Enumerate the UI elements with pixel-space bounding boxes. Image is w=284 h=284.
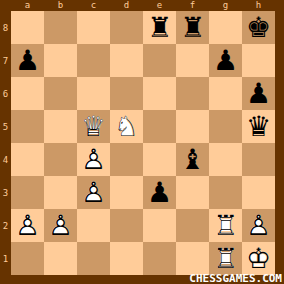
white-pawn: ♟♙ bbox=[77, 143, 110, 176]
file-label-e: e bbox=[143, 0, 176, 11]
square-e3[interactable]: ♟ bbox=[143, 176, 176, 209]
rank-label-2: 2 bbox=[0, 209, 11, 242]
square-a6[interactable] bbox=[11, 77, 44, 110]
square-a7[interactable]: ♟ bbox=[11, 44, 44, 77]
square-e6[interactable] bbox=[143, 77, 176, 110]
black-pawn-icon: ♟ bbox=[143, 176, 176, 209]
square-g8[interactable] bbox=[209, 11, 242, 44]
square-a8[interactable] bbox=[11, 11, 44, 44]
square-a4[interactable] bbox=[11, 143, 44, 176]
square-d3[interactable] bbox=[110, 176, 143, 209]
square-h3[interactable] bbox=[242, 176, 275, 209]
square-c2[interactable] bbox=[77, 209, 110, 242]
square-b8[interactable] bbox=[44, 11, 77, 44]
white-knight: ♞♘ bbox=[110, 110, 143, 143]
square-f2[interactable] bbox=[176, 209, 209, 242]
white-rook: ♜♖ bbox=[209, 209, 242, 242]
watermark: CHESSGAMES.COM bbox=[189, 273, 282, 284]
white-king: ♚♔ bbox=[242, 242, 275, 275]
black-king-icon: ♚ bbox=[242, 11, 275, 44]
white-rook: ♜♖ bbox=[209, 242, 242, 275]
square-d1[interactable] bbox=[110, 242, 143, 275]
file-label-h: h bbox=[242, 0, 275, 11]
black-pawn: ♟ bbox=[209, 44, 242, 77]
file-label-c: c bbox=[77, 0, 110, 11]
square-g3[interactable] bbox=[209, 176, 242, 209]
rank-label-7: 7 bbox=[0, 44, 11, 77]
square-b1[interactable] bbox=[44, 242, 77, 275]
white-knight-outline-icon: ♘ bbox=[110, 110, 143, 143]
square-e7[interactable] bbox=[143, 44, 176, 77]
square-c1[interactable] bbox=[77, 242, 110, 275]
square-h5[interactable]: ♛ bbox=[242, 110, 275, 143]
square-g4[interactable] bbox=[209, 143, 242, 176]
black-pawn: ♟ bbox=[143, 176, 176, 209]
white-pawn-outline-icon: ♙ bbox=[44, 209, 77, 242]
square-c4[interactable]: ♟♙ bbox=[77, 143, 110, 176]
square-h2[interactable]: ♟♙ bbox=[242, 209, 275, 242]
square-f4[interactable]: ♝ bbox=[176, 143, 209, 176]
square-d4[interactable] bbox=[110, 143, 143, 176]
square-e4[interactable] bbox=[143, 143, 176, 176]
file-label-f: f bbox=[176, 0, 209, 11]
black-rook-icon: ♜ bbox=[143, 11, 176, 44]
square-c8[interactable] bbox=[77, 11, 110, 44]
square-e2[interactable] bbox=[143, 209, 176, 242]
rank-label-5: 5 bbox=[0, 110, 11, 143]
square-b6[interactable] bbox=[44, 77, 77, 110]
square-f1[interactable] bbox=[176, 242, 209, 275]
white-pawn-outline-icon: ♙ bbox=[77, 176, 110, 209]
square-f6[interactable] bbox=[176, 77, 209, 110]
black-rook: ♜ bbox=[143, 11, 176, 44]
square-b2[interactable]: ♟♙ bbox=[44, 209, 77, 242]
square-e8[interactable]: ♜ bbox=[143, 11, 176, 44]
white-pawn-outline-icon: ♙ bbox=[77, 143, 110, 176]
white-pawn: ♟♙ bbox=[44, 209, 77, 242]
square-a3[interactable] bbox=[11, 176, 44, 209]
rank-labels: 87654321 bbox=[0, 11, 11, 275]
square-g5[interactable] bbox=[209, 110, 242, 143]
square-e1[interactable] bbox=[143, 242, 176, 275]
black-bishop-icon: ♝ bbox=[176, 143, 209, 176]
black-pawn-icon: ♟ bbox=[209, 44, 242, 77]
rank-label-1: 1 bbox=[0, 242, 11, 275]
black-queen-icon: ♛ bbox=[242, 110, 275, 143]
black-king: ♚ bbox=[242, 11, 275, 44]
black-bishop: ♝ bbox=[176, 143, 209, 176]
white-king-outline-icon: ♔ bbox=[242, 242, 275, 275]
square-h4[interactable] bbox=[242, 143, 275, 176]
square-b7[interactable] bbox=[44, 44, 77, 77]
square-d5[interactable]: ♞♘ bbox=[110, 110, 143, 143]
white-pawn-outline-icon: ♙ bbox=[11, 209, 44, 242]
white-pawn: ♟♙ bbox=[11, 209, 44, 242]
square-f5[interactable] bbox=[176, 110, 209, 143]
black-pawn: ♟ bbox=[242, 77, 275, 110]
white-pawn: ♟♙ bbox=[77, 176, 110, 209]
black-queen: ♛ bbox=[242, 110, 275, 143]
square-h7[interactable] bbox=[242, 44, 275, 77]
square-g7[interactable]: ♟ bbox=[209, 44, 242, 77]
square-c5[interactable]: ♛♕ bbox=[77, 110, 110, 143]
square-c7[interactable] bbox=[77, 44, 110, 77]
file-label-b: b bbox=[44, 0, 77, 11]
square-b4[interactable] bbox=[44, 143, 77, 176]
file-labels: abcdefgh bbox=[11, 0, 275, 11]
white-rook-outline-icon: ♖ bbox=[209, 242, 242, 275]
rank-label-3: 3 bbox=[0, 176, 11, 209]
rank-label-4: 4 bbox=[0, 143, 11, 176]
file-label-g: g bbox=[209, 0, 242, 11]
chess-board: ♜♜♚♟♟♟♛♕♞♘♛♟♙♝♟♙♟♟♙♟♙♜♖♟♙♜♖♚♔ bbox=[11, 11, 275, 275]
white-queen: ♛♕ bbox=[77, 110, 110, 143]
black-pawn-icon: ♟ bbox=[242, 77, 275, 110]
rank-label-6: 6 bbox=[0, 77, 11, 110]
white-rook-outline-icon: ♖ bbox=[209, 209, 242, 242]
white-pawn-outline-icon: ♙ bbox=[242, 209, 275, 242]
square-b3[interactable] bbox=[44, 176, 77, 209]
square-f7[interactable] bbox=[176, 44, 209, 77]
square-d7[interactable] bbox=[110, 44, 143, 77]
white-pawn: ♟♙ bbox=[242, 209, 275, 242]
file-label-d: d bbox=[110, 0, 143, 11]
black-pawn-icon: ♟ bbox=[11, 44, 44, 77]
square-g1[interactable]: ♜♖ bbox=[209, 242, 242, 275]
square-a1[interactable] bbox=[11, 242, 44, 275]
file-label-a: a bbox=[11, 0, 44, 11]
square-a5[interactable] bbox=[11, 110, 44, 143]
square-f3[interactable] bbox=[176, 176, 209, 209]
black-pawn: ♟ bbox=[11, 44, 44, 77]
square-h1[interactable]: ♚♔ bbox=[242, 242, 275, 275]
square-g6[interactable] bbox=[209, 77, 242, 110]
rank-label-8: 8 bbox=[0, 11, 11, 44]
square-f8[interactable]: ♜ bbox=[176, 11, 209, 44]
square-h8[interactable]: ♚ bbox=[242, 11, 275, 44]
square-a2[interactable]: ♟♙ bbox=[11, 209, 44, 242]
black-rook-icon: ♜ bbox=[176, 11, 209, 44]
square-d6[interactable] bbox=[110, 77, 143, 110]
white-queen-outline-icon: ♕ bbox=[77, 110, 110, 143]
square-c6[interactable] bbox=[77, 77, 110, 110]
chess-board-frame: abcdefgh 87654321 ♜♜♚♟♟♟♛♕♞♘♛♟♙♝♟♙♟♟♙♟♙♜… bbox=[0, 0, 284, 284]
black-rook: ♜ bbox=[176, 11, 209, 44]
square-g2[interactable]: ♜♖ bbox=[209, 209, 242, 242]
square-c3[interactable]: ♟♙ bbox=[77, 176, 110, 209]
square-b5[interactable] bbox=[44, 110, 77, 143]
square-d8[interactable] bbox=[110, 11, 143, 44]
square-d2[interactable] bbox=[110, 209, 143, 242]
square-h6[interactable]: ♟ bbox=[242, 77, 275, 110]
square-e5[interactable] bbox=[143, 110, 176, 143]
